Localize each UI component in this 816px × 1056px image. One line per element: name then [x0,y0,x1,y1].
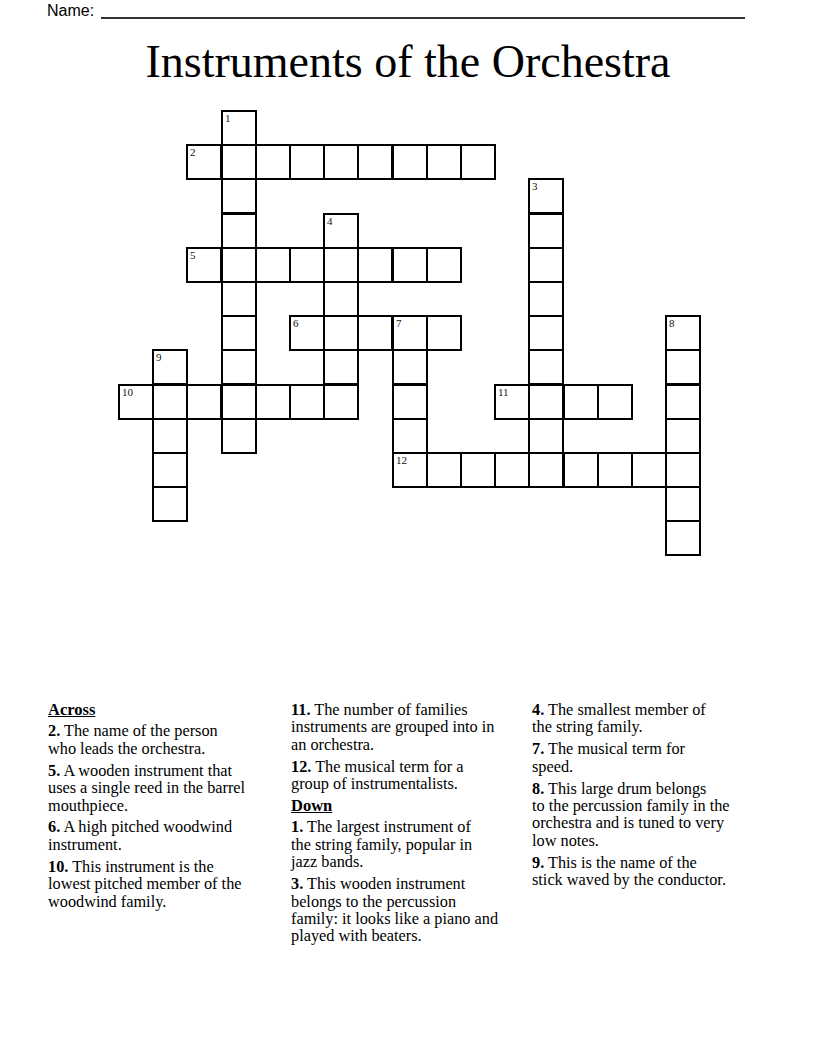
grid-cell-r9c1[interactable] [152,418,188,454]
grid-cell-r6c16[interactable]: 8 [665,315,701,351]
cell-number-8: 8 [669,317,675,329]
grid-cell-r4c3[interactable] [221,247,257,283]
grid-cell-r7c12[interactable] [528,349,564,385]
clue-down-8: 8. This large drum belongs to the percus… [532,780,776,850]
grid-cell-r8c4[interactable] [255,384,291,420]
grid-cell-r8c14[interactable] [597,384,633,420]
clue-across-6: 6. A high pitched woodwind instrument. [48,818,288,853]
grid-cell-r6c6[interactable] [323,315,359,351]
cell-number-6: 6 [293,317,299,329]
grid-cell-r4c4[interactable] [255,247,291,283]
grid-cell-r6c12[interactable] [528,315,564,351]
grid-cell-r8c11[interactable]: 11 [494,384,530,420]
grid-cell-r6c5[interactable]: 6 [289,315,325,351]
grid-cell-r4c5[interactable] [289,247,325,283]
grid-cell-r8c3[interactable] [221,384,257,420]
grid-cell-r2c3[interactable] [221,178,257,214]
grid-cell-r10c13[interactable] [563,452,599,488]
grid-cell-r3c12[interactable] [528,213,564,249]
grid-cell-r4c12[interactable] [528,247,564,283]
clue-down-4: 4. The smallest member of the string fam… [532,701,776,736]
grid-cell-r4c7[interactable] [357,247,393,283]
grid-cell-r3c3[interactable] [221,213,257,249]
cell-number-10: 10 [122,386,133,398]
clues-column-3: 4. The smallest member of the string fam… [532,701,776,893]
grid-cell-r1c9[interactable] [426,144,462,180]
grid-cell-r1c10[interactable] [460,144,496,180]
clue-across-11: 11. The number of families instruments a… [291,701,531,753]
cell-number-5: 5 [190,249,196,261]
grid-cell-r6c8[interactable]: 7 [392,315,428,351]
grid-cell-r10c10[interactable] [460,452,496,488]
grid-cell-r8c6[interactable] [323,384,359,420]
cell-number-7: 7 [396,317,402,329]
clues-column-2: 11. The number of families instruments a… [291,701,531,949]
grid-cell-r11c16[interactable] [665,486,701,522]
clues-column-1: Across2. The name of the person who lead… [48,701,288,914]
crossword-grid: 123456789101112 [118,110,702,558]
cell-number-12: 12 [396,454,407,466]
puzzle-title: Instruments of the Orchestra [0,37,816,87]
grid-cell-r1c8[interactable] [392,144,428,180]
grid-cell-r7c16[interactable] [665,349,701,385]
cell-number-1: 1 [225,112,231,124]
name-label: Name: [47,2,94,20]
grid-cell-r2c12[interactable]: 3 [528,178,564,214]
clue-across-2: 2. The name of the person who leads the … [48,722,288,757]
grid-cell-r1c5[interactable] [289,144,325,180]
grid-cell-r10c1[interactable] [152,452,188,488]
grid-cell-r10c16[interactable] [665,452,701,488]
grid-cell-r10c14[interactable] [597,452,633,488]
clue-down-3: 3. This wooden instrument belongs to the… [291,875,531,945]
grid-cell-r10c9[interactable] [426,452,462,488]
grid-cell-r1c2[interactable]: 2 [186,144,222,180]
clue-across-5: 5. A wooden instrument that uses a singl… [48,762,288,814]
clue-down-7: 7. The musical term for speed. [532,740,776,775]
across-heading: Across [48,701,288,718]
grid-cell-r9c8[interactable] [392,418,428,454]
grid-cell-r5c6[interactable] [323,281,359,317]
grid-cell-r0c3[interactable]: 1 [221,110,257,146]
grid-cell-r8c5[interactable] [289,384,325,420]
grid-cell-r11c1[interactable] [152,486,188,522]
grid-cell-r5c12[interactable] [528,281,564,317]
cell-number-9: 9 [156,351,162,363]
grid-cell-r8c1[interactable] [152,384,188,420]
clue-down-1: 1. The largest instrument of the string … [291,818,531,870]
cell-number-4: 4 [327,215,333,227]
grid-cell-r1c7[interactable] [357,144,393,180]
grid-cell-r4c9[interactable] [426,247,462,283]
grid-cell-r3c6[interactable]: 4 [323,213,359,249]
grid-cell-r4c8[interactable] [392,247,428,283]
clue-down-9: 9. This is the name of the stick waved b… [532,854,776,889]
grid-cell-r1c4[interactable] [255,144,291,180]
grid-cell-r8c8[interactable] [392,384,428,420]
grid-cell-r10c11[interactable] [494,452,530,488]
grid-cell-r7c8[interactable] [392,349,428,385]
grid-cell-r10c12[interactable] [528,452,564,488]
grid-cell-r5c3[interactable] [221,281,257,317]
grid-cell-r4c2[interactable]: 5 [186,247,222,283]
grid-cell-r6c7[interactable] [357,315,393,351]
grid-cell-r1c3[interactable] [221,144,257,180]
grid-cell-r9c16[interactable] [665,418,701,454]
clue-across-12: 12. The musical term for a group of inst… [291,758,531,793]
grid-cell-r4c6[interactable] [323,247,359,283]
grid-cell-r10c8[interactable]: 12 [392,452,428,488]
grid-cell-r6c9[interactable] [426,315,462,351]
grid-cell-r10c15[interactable] [631,452,667,488]
cell-number-3: 3 [532,180,538,192]
down-heading: Down [291,797,531,814]
grid-cell-r6c3[interactable] [221,315,257,351]
grid-cell-r8c13[interactable] [563,384,599,420]
cell-number-2: 2 [190,146,196,158]
grid-cell-r8c16[interactable] [665,384,701,420]
grid-cell-r9c3[interactable] [221,418,257,454]
grid-cell-r7c1[interactable]: 9 [152,349,188,385]
grid-cell-r8c0[interactable]: 10 [118,384,154,420]
crossword-worksheet: Name: Instruments of the Orchestra 12345… [0,0,816,1056]
grid-cell-r12c16[interactable] [665,520,701,556]
cell-number-11: 11 [498,386,509,398]
clue-across-10: 10. This instrument is the lowest pitche… [48,858,288,910]
grid-cell-r8c12[interactable] [528,384,564,420]
grid-cell-r8c2[interactable] [186,384,222,420]
grid-cell-r7c6[interactable] [323,349,359,385]
name-blank-line[interactable] [101,1,745,19]
grid-cell-r1c6[interactable] [323,144,359,180]
grid-cell-r9c12[interactable] [528,418,564,454]
grid-cell-r7c3[interactable] [221,349,257,385]
